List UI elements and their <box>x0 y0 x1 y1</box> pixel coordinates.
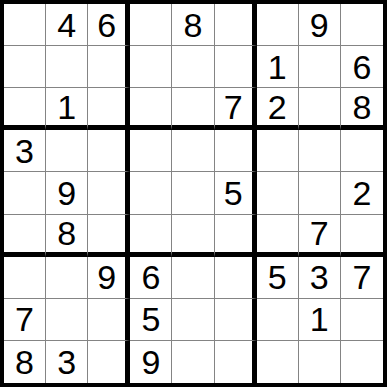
cell-r9c4: 9 <box>130 341 172 383</box>
cell-r4c2[interactable] <box>46 130 88 172</box>
cell-r6c8: 7 <box>299 215 341 257</box>
cell-r5c6: 5 <box>215 172 257 214</box>
cell-r6c1[interactable] <box>4 215 46 257</box>
cell-r9c6[interactable] <box>215 341 257 383</box>
cell-r5c4[interactable] <box>130 172 172 214</box>
cell-r6c5[interactable] <box>172 215 214 257</box>
cell-r4c7[interactable] <box>257 130 299 172</box>
cell-r2c6[interactable] <box>215 46 257 88</box>
cell-r8c4: 5 <box>130 299 172 341</box>
cell-r8c5[interactable] <box>172 299 214 341</box>
cell-r1c6[interactable] <box>215 4 257 46</box>
cell-r4c1: 3 <box>4 130 46 172</box>
cell-r9c8[interactable] <box>299 341 341 383</box>
cell-r2c3[interactable] <box>88 46 130 88</box>
cell-r2c1[interactable] <box>4 46 46 88</box>
cell-r7c4: 6 <box>130 257 172 299</box>
cell-r2c7: 1 <box>257 46 299 88</box>
cell-r1c8: 9 <box>299 4 341 46</box>
cell-r7c1[interactable] <box>4 257 46 299</box>
cell-r1c7[interactable] <box>257 4 299 46</box>
cell-r3c9: 8 <box>341 88 383 130</box>
cell-r3c4[interactable] <box>130 88 172 130</box>
cell-r5c7[interactable] <box>257 172 299 214</box>
cell-r5c8[interactable] <box>299 172 341 214</box>
cell-r8c2[interactable] <box>46 299 88 341</box>
cell-r6c9[interactable] <box>341 215 383 257</box>
cell-r7c5[interactable] <box>172 257 214 299</box>
cell-r4c3[interactable] <box>88 130 130 172</box>
cell-r7c7: 5 <box>257 257 299 299</box>
cell-r5c9: 2 <box>341 172 383 214</box>
cell-r5c1[interactable] <box>4 172 46 214</box>
cell-r1c4[interactable] <box>130 4 172 46</box>
cell-r5c5[interactable] <box>172 172 214 214</box>
cell-r4c5[interactable] <box>172 130 214 172</box>
cell-r4c9[interactable] <box>341 130 383 172</box>
cell-r1c1[interactable] <box>4 4 46 46</box>
cell-r2c5[interactable] <box>172 46 214 88</box>
cell-r7c3: 9 <box>88 257 130 299</box>
cell-r3c6: 7 <box>215 88 257 130</box>
cell-r4c4[interactable] <box>130 130 172 172</box>
cell-r7c2[interactable] <box>46 257 88 299</box>
sudoku-board: 468916172839528796537751839 <box>0 0 387 387</box>
cell-r7c9: 7 <box>341 257 383 299</box>
cell-r3c5[interactable] <box>172 88 214 130</box>
cell-r1c5: 8 <box>172 4 214 46</box>
cell-r3c2: 1 <box>46 88 88 130</box>
cell-r4c8[interactable] <box>299 130 341 172</box>
cell-r8c3[interactable] <box>88 299 130 341</box>
cell-r2c9: 6 <box>341 46 383 88</box>
cell-r1c9[interactable] <box>341 4 383 46</box>
cell-r6c2: 8 <box>46 215 88 257</box>
cell-r1c3: 6 <box>88 4 130 46</box>
cell-r2c8[interactable] <box>299 46 341 88</box>
cell-r6c6[interactable] <box>215 215 257 257</box>
cell-r1c2: 4 <box>46 4 88 46</box>
cell-r8c8: 1 <box>299 299 341 341</box>
cell-r6c3[interactable] <box>88 215 130 257</box>
cell-r2c4[interactable] <box>130 46 172 88</box>
cell-r9c1: 8 <box>4 341 46 383</box>
cell-r8c1: 7 <box>4 299 46 341</box>
cell-r2c2[interactable] <box>46 46 88 88</box>
cell-r8c7[interactable] <box>257 299 299 341</box>
cell-r8c6[interactable] <box>215 299 257 341</box>
cell-r6c7[interactable] <box>257 215 299 257</box>
cell-r7c8: 3 <box>299 257 341 299</box>
cell-r9c2: 3 <box>46 341 88 383</box>
cell-r3c8[interactable] <box>299 88 341 130</box>
cell-r8c9[interactable] <box>341 299 383 341</box>
cell-r9c7[interactable] <box>257 341 299 383</box>
cell-r3c7: 2 <box>257 88 299 130</box>
cell-r5c2: 9 <box>46 172 88 214</box>
cell-r6c4[interactable] <box>130 215 172 257</box>
cell-r4c6[interactable] <box>215 130 257 172</box>
cell-r9c9[interactable] <box>341 341 383 383</box>
cell-r7c6[interactable] <box>215 257 257 299</box>
cell-r3c1[interactable] <box>4 88 46 130</box>
cell-r5c3[interactable] <box>88 172 130 214</box>
cell-r3c3[interactable] <box>88 88 130 130</box>
cell-r9c3[interactable] <box>88 341 130 383</box>
cell-r9c5[interactable] <box>172 341 214 383</box>
